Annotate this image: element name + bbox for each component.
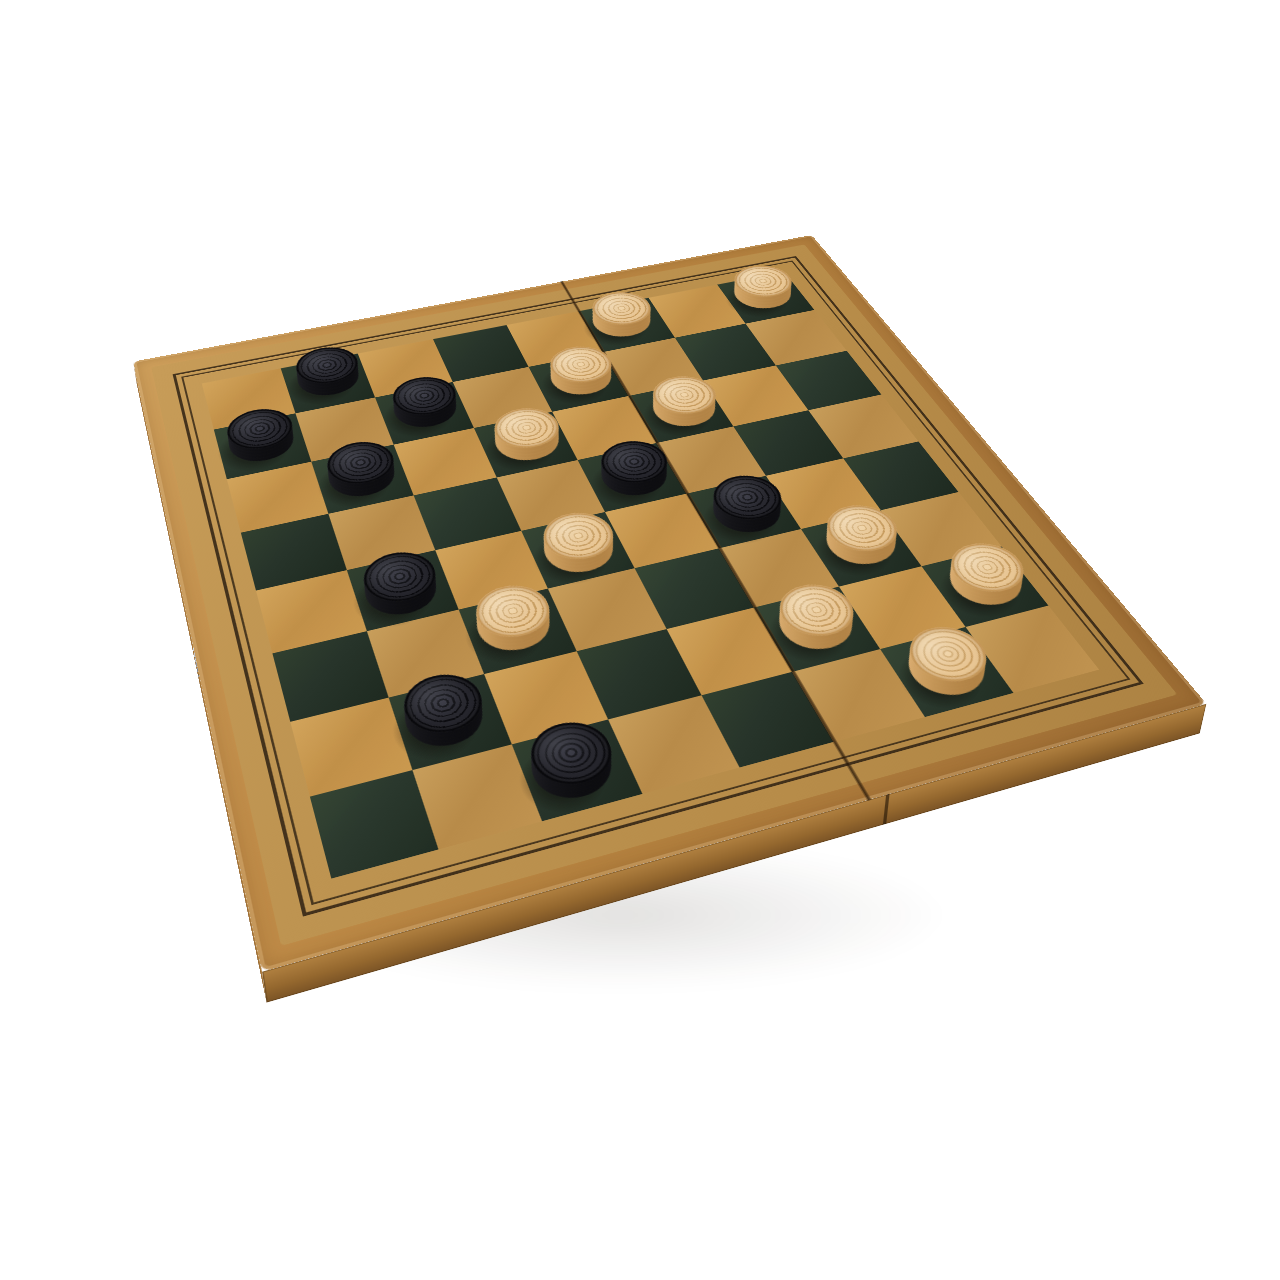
black-checker[interactable] bbox=[293, 358, 365, 403]
wood-checker[interactable] bbox=[815, 516, 907, 574]
wood-checker[interactable] bbox=[937, 554, 1034, 615]
wood-checker[interactable] bbox=[896, 637, 998, 706]
black-checker[interactable] bbox=[593, 452, 676, 505]
black-checker[interactable] bbox=[703, 486, 790, 541]
wood-checker[interactable] bbox=[768, 595, 864, 660]
black-checker[interactable] bbox=[397, 685, 491, 758]
product-photo-stage bbox=[0, 0, 1280, 1280]
checkers-board bbox=[133, 235, 1206, 972]
black-checker[interactable] bbox=[358, 563, 443, 625]
wood-checker[interactable] bbox=[544, 357, 620, 402]
wood-checker[interactable] bbox=[536, 523, 623, 582]
black-checker[interactable] bbox=[522, 732, 622, 810]
perspective-scene bbox=[205, 112, 1005, 912]
wood-checker[interactable] bbox=[725, 276, 799, 315]
black-checker[interactable] bbox=[388, 388, 463, 436]
